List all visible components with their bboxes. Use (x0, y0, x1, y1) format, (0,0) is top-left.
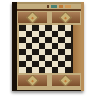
diamond-inlay-icon (26, 74, 39, 87)
bottom-left-wood-panel (17, 74, 48, 87)
top-left-wood-panel (17, 11, 48, 24)
diamond-inlay-icon (26, 11, 39, 24)
inlay-tick-mark (47, 5, 49, 8)
inlay-light-orange-segment (65, 5, 71, 8)
bottom-right-wood-panel (51, 74, 82, 87)
bottom-panel-row (17, 74, 81, 87)
playing-field-row (17, 25, 81, 73)
checkers-board (12, 2, 84, 91)
top-inlay-strip (17, 4, 81, 9)
board-grid (19, 25, 71, 73)
right-frame-wood (73, 25, 81, 73)
diamond-core-icon (31, 16, 34, 19)
inlay-teal-segment (51, 5, 57, 8)
diamond-core-icon (31, 79, 34, 82)
diamond-core-icon (64, 79, 67, 82)
top-panel-row (17, 11, 81, 24)
bottom-frame-edge (17, 90, 81, 91)
top-right-wood-panel (51, 11, 82, 24)
diamond-inlay-icon (59, 11, 72, 24)
diamond-inlay-icon (59, 74, 72, 87)
inlay-orange-segment (59, 5, 63, 8)
diamond-core-icon (64, 16, 67, 19)
photo-background (0, 0, 96, 96)
